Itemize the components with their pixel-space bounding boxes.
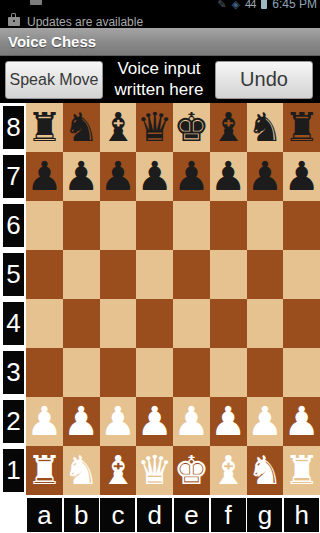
battery-icon: [261, 0, 267, 9]
phone-screen: ✎ ◈ 44 6:45 PM Updates are available Voi…: [0, 0, 320, 533]
piece-black-rook-a8: ♜: [26, 103, 62, 152]
square-c2[interactable]: ♟: [100, 397, 137, 446]
square-b4[interactable]: [63, 299, 100, 348]
piece-black-pawn-f7: ♟: [210, 152, 246, 201]
rank-label-2: 2: [3, 400, 24, 443]
title-bar: Voice Chess: [0, 28, 320, 56]
file-label-b: b: [64, 498, 99, 532]
rank-label-1: 1: [3, 449, 24, 492]
piece-white-pawn-h2: ♟: [284, 397, 320, 446]
file-label-cell-g: g: [247, 495, 284, 533]
square-e4[interactable]: [173, 299, 210, 348]
file-label-row: abcdefgh: [0, 495, 320, 533]
square-b5[interactable]: [63, 250, 100, 299]
square-h8[interactable]: ♜: [283, 103, 320, 152]
square-c5[interactable]: [100, 250, 137, 299]
file-label-g: g: [247, 498, 282, 532]
square-e6[interactable]: [173, 201, 210, 250]
piece-white-knight-g1: ♞: [247, 446, 283, 495]
file-label-cell-f: f: [210, 495, 247, 533]
square-f8[interactable]: ♝: [210, 103, 247, 152]
square-d2[interactable]: ♟: [136, 397, 173, 446]
notification-row[interactable]: Updates are available: [0, 13, 320, 28]
piece-white-rook-a1: ♜: [26, 446, 62, 495]
piece-black-pawn-c7: ♟: [100, 152, 136, 201]
square-h4[interactable]: [283, 299, 320, 348]
square-b8[interactable]: ♞: [63, 103, 100, 152]
square-e8[interactable]: ♚: [173, 103, 210, 152]
rank-label-4: 4: [3, 302, 24, 345]
square-c3[interactable]: [100, 348, 137, 397]
square-d7[interactable]: ♟: [136, 152, 173, 201]
square-h3[interactable]: [283, 348, 320, 397]
piece-black-rook-h8: ♜: [284, 103, 320, 152]
notification-text: Updates are available: [27, 15, 143, 29]
battery-percent: 44: [245, 0, 255, 12]
rank-label-cell-2: 2: [0, 397, 26, 446]
piece-white-bishop-f1: ♝: [210, 446, 246, 495]
piece-black-bishop-f8: ♝: [210, 103, 246, 152]
square-d5[interactable]: [136, 250, 173, 299]
piece-white-pawn-c2: ♟: [100, 397, 136, 446]
status-bar-right: ✎ ◈ 44 6:45 PM: [217, 0, 317, 12]
square-a8[interactable]: ♜: [26, 103, 63, 152]
file-label-h: h: [284, 498, 319, 532]
rank-label-3: 3: [3, 351, 24, 394]
file-label-d: d: [137, 498, 172, 532]
square-b7[interactable]: ♟: [63, 152, 100, 201]
chess-board: 8♜♞♝♛♚♝♞♜7♟♟♟♟♟♟♟♟65432♟♟♟♟♟♟♟♟1♜♞♝♛♚♝♞♜: [0, 103, 320, 495]
square-g5[interactable]: [247, 250, 284, 299]
square-d1[interactable]: ♛: [136, 446, 173, 495]
rank-label-cell-6: 6: [0, 201, 26, 250]
square-f5[interactable]: [210, 250, 247, 299]
square-d8[interactable]: ♛: [136, 103, 173, 152]
bluetooth-icon: ◈: [232, 0, 240, 12]
rank-label-6: 6: [3, 204, 24, 247]
file-label-cell-c: c: [100, 495, 137, 533]
square-g3[interactable]: [247, 348, 284, 397]
square-a1[interactable]: ♜: [26, 446, 63, 495]
voice-input-display: Voice input written here: [103, 59, 215, 100]
square-c4[interactable]: [100, 299, 137, 348]
file-label-c: c: [100, 498, 135, 532]
square-h2[interactable]: ♟: [283, 397, 320, 446]
square-e3[interactable]: [173, 348, 210, 397]
rank-label-cell-1: 1: [0, 446, 26, 495]
piece-white-pawn-g2: ♟: [247, 397, 283, 446]
undo-button[interactable]: Undo: [215, 61, 313, 99]
piece-white-rook-h1: ♜: [284, 446, 320, 495]
square-h7[interactable]: ♟: [283, 152, 320, 201]
square-b6[interactable]: [63, 201, 100, 250]
square-f1[interactable]: ♝: [210, 446, 247, 495]
piece-white-pawn-e2: ♟: [173, 397, 209, 446]
piece-black-king-e8: ♚: [173, 103, 209, 152]
piece-black-bishop-c8: ♝: [100, 103, 136, 152]
square-g7[interactable]: ♟: [247, 152, 284, 201]
rank-label-cell-8: 8: [0, 103, 26, 152]
square-f2[interactable]: ♟: [210, 397, 247, 446]
piece-black-knight-g8: ♞: [247, 103, 283, 152]
piece-white-pawn-a2: ♟: [26, 397, 62, 446]
square-e5[interactable]: [173, 250, 210, 299]
rank-label-8: 8: [3, 106, 24, 149]
square-h1[interactable]: ♜: [283, 446, 320, 495]
rank-label-5: 5: [3, 253, 24, 296]
square-h5[interactable]: [283, 250, 320, 299]
square-c8[interactable]: ♝: [100, 103, 137, 152]
square-b2[interactable]: ♟: [63, 397, 100, 446]
piece-white-bishop-c1: ♝: [100, 446, 136, 495]
square-b1[interactable]: ♞: [63, 446, 100, 495]
piece-black-pawn-e7: ♟: [173, 152, 209, 201]
file-label-e: e: [174, 498, 209, 532]
square-e2[interactable]: ♟: [173, 397, 210, 446]
piece-white-king-e1: ♚: [173, 446, 209, 495]
piece-black-pawn-g7: ♟: [247, 152, 283, 201]
square-b3[interactable]: [63, 348, 100, 397]
square-c6[interactable]: [100, 201, 137, 250]
rank-label-cell-5: 5: [0, 250, 26, 299]
square-a3[interactable]: [26, 348, 63, 397]
rank-label-cell-3: 3: [0, 348, 26, 397]
speak-move-button[interactable]: Speak Move: [5, 61, 103, 99]
notification-icon-partial: [30, 0, 42, 5]
piece-white-knight-b1: ♞: [63, 446, 99, 495]
square-f6[interactable]: [210, 201, 247, 250]
square-d3[interactable]: [136, 348, 173, 397]
file-label-cell-h: h: [283, 495, 320, 533]
file-label-cell-e: e: [173, 495, 210, 533]
square-g8[interactable]: ♞: [247, 103, 284, 152]
square-c1[interactable]: ♝: [100, 446, 137, 495]
square-g4[interactable]: [247, 299, 284, 348]
square-f7[interactable]: ♟: [210, 152, 247, 201]
square-d6[interactable]: [136, 201, 173, 250]
square-h6[interactable]: [283, 201, 320, 250]
file-label-cell-a: a: [26, 495, 63, 533]
piece-white-queen-d1: ♛: [137, 446, 173, 495]
piece-black-knight-b8: ♞: [63, 103, 99, 152]
piece-black-pawn-b7: ♟: [63, 152, 99, 201]
square-a4[interactable]: [26, 299, 63, 348]
square-a7[interactable]: ♟: [26, 152, 63, 201]
square-a5[interactable]: [26, 250, 63, 299]
square-c7[interactable]: ♟: [100, 152, 137, 201]
status-bar: ✎ ◈ 44 6:45 PM: [0, 0, 320, 13]
page-title: Voice Chess: [8, 33, 96, 50]
square-f4[interactable]: [210, 299, 247, 348]
file-label-spacer: [0, 495, 26, 533]
square-g6[interactable]: [247, 201, 284, 250]
file-label-a: a: [27, 498, 62, 532]
rank-label-cell-4: 4: [0, 299, 26, 348]
square-e7[interactable]: ♟: [173, 152, 210, 201]
piece-black-queen-d8: ♛: [137, 103, 173, 152]
piece-white-pawn-b2: ♟: [63, 397, 99, 446]
file-label-cell-b: b: [63, 495, 100, 533]
square-d4[interactable]: [136, 299, 173, 348]
piece-black-pawn-a7: ♟: [26, 152, 62, 201]
control-bar: Speak Move Voice input written here Undo: [0, 56, 320, 103]
file-label-f: f: [211, 498, 246, 532]
square-f3[interactable]: [210, 348, 247, 397]
square-g1[interactable]: ♞: [247, 446, 284, 495]
piece-white-pawn-d2: ♟: [137, 397, 173, 446]
piece-white-pawn-f2: ♟: [210, 397, 246, 446]
file-label-cell-d: d: [136, 495, 173, 533]
piece-black-pawn-h7: ♟: [284, 152, 320, 201]
rank-label-cell-7: 7: [0, 152, 26, 201]
piece-black-pawn-d7: ♟: [137, 152, 173, 201]
pencil-icon: ✎: [217, 0, 226, 12]
square-a6[interactable]: [26, 201, 63, 250]
square-a2[interactable]: ♟: [26, 397, 63, 446]
square-e1[interactable]: ♚: [173, 446, 210, 495]
rank-label-7: 7: [3, 155, 24, 198]
updates-bag-icon: [8, 17, 20, 26]
clock-text: 6:45 PM: [272, 0, 317, 12]
square-g2[interactable]: ♟: [247, 397, 284, 446]
